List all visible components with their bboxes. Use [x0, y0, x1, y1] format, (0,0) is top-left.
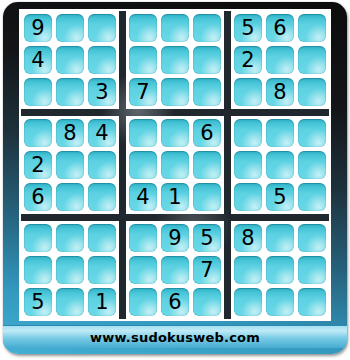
cell-r2c8[interactable]: [266, 46, 294, 74]
website-link[interactable]: www.sudokusweb.com: [90, 330, 260, 345]
sudoku-board: 943 7 5628 8426 641 5 51 9576 8: [19, 9, 331, 321]
cell-r5c3[interactable]: [88, 151, 116, 179]
cell-r9c7[interactable]: [234, 288, 262, 316]
cell-r6c8[interactable]: 5: [266, 183, 294, 211]
cell-r2c6[interactable]: [193, 46, 221, 74]
cell-r1c3[interactable]: [88, 14, 116, 42]
cell-r7c8[interactable]: [266, 224, 294, 252]
box-7: 51: [21, 221, 119, 319]
cell-r4c6[interactable]: 6: [193, 119, 221, 147]
cell-r1c7[interactable]: 5: [234, 14, 262, 42]
board-frame: 943 7 5628 8426 641 5 51 9576 8 www.sudo…: [3, 2, 347, 354]
cell-r3c4[interactable]: 7: [129, 78, 157, 106]
cell-r8c6[interactable]: 7: [193, 256, 221, 284]
cell-r2c7[interactable]: 2: [234, 46, 262, 74]
sudoku-page: 943 7 5628 8426 641 5 51 9576 8 www.sudo…: [0, 0, 350, 360]
cell-r4c1[interactable]: [24, 119, 52, 147]
cell-r9c3[interactable]: 1: [88, 288, 116, 316]
cell-r5c8[interactable]: [266, 151, 294, 179]
sudoku-grid: 943 7 5628 8426 641 5 51 9576 8: [21, 11, 329, 319]
cell-r1c2[interactable]: [56, 14, 84, 42]
cell-r9c2[interactable]: [56, 288, 84, 316]
cell-r2c1[interactable]: 4: [24, 46, 52, 74]
cell-r7c1[interactable]: [24, 224, 52, 252]
cell-r6c2[interactable]: [56, 183, 84, 211]
footer-bar: www.sudokusweb.com: [3, 325, 347, 348]
cell-r5c6[interactable]: [193, 151, 221, 179]
cell-r7c2[interactable]: [56, 224, 84, 252]
box-8: 9576: [126, 221, 224, 319]
box-4: 8426: [21, 116, 119, 214]
cell-r2c9[interactable]: [298, 46, 326, 74]
cell-r9c6[interactable]: [193, 288, 221, 316]
cell-r9c9[interactable]: [298, 288, 326, 316]
cell-r2c2[interactable]: [56, 46, 84, 74]
cell-r9c5[interactable]: 6: [161, 288, 189, 316]
cell-r1c8[interactable]: 6: [266, 14, 294, 42]
cell-r1c6[interactable]: [193, 14, 221, 42]
cell-r1c1[interactable]: 9: [24, 14, 52, 42]
cell-r8c5[interactable]: [161, 256, 189, 284]
cell-r5c2[interactable]: [56, 151, 84, 179]
cell-r3c1[interactable]: [24, 78, 52, 106]
cell-r8c1[interactable]: [24, 256, 52, 284]
cell-r5c7[interactable]: [234, 151, 262, 179]
cell-r8c9[interactable]: [298, 256, 326, 284]
cell-r9c4[interactable]: [129, 288, 157, 316]
cell-r6c5[interactable]: 1: [161, 183, 189, 211]
cell-r4c7[interactable]: [234, 119, 262, 147]
cell-r6c6[interactable]: [193, 183, 221, 211]
cell-r1c5[interactable]: [161, 14, 189, 42]
cell-r7c5[interactable]: 9: [161, 224, 189, 252]
cell-r1c4[interactable]: [129, 14, 157, 42]
box-3: 5628: [231, 11, 329, 109]
cell-r4c8[interactable]: [266, 119, 294, 147]
cell-r6c4[interactable]: 4: [129, 183, 157, 211]
box-2: 7: [126, 11, 224, 109]
cell-r7c4[interactable]: [129, 224, 157, 252]
cell-r8c4[interactable]: [129, 256, 157, 284]
cell-r6c7[interactable]: [234, 183, 262, 211]
cell-r2c4[interactable]: [129, 46, 157, 74]
cell-r6c3[interactable]: [88, 183, 116, 211]
box-1: 943: [21, 11, 119, 109]
cell-r7c6[interactable]: 5: [193, 224, 221, 252]
cell-r6c1[interactable]: 6: [24, 183, 52, 211]
cell-r3c9[interactable]: [298, 78, 326, 106]
cell-r9c1[interactable]: 5: [24, 288, 52, 316]
box-9: 8: [231, 221, 329, 319]
cell-r4c2[interactable]: 8: [56, 119, 84, 147]
cell-r4c9[interactable]: [298, 119, 326, 147]
cell-r3c6[interactable]: [193, 78, 221, 106]
cell-r6c9[interactable]: [298, 183, 326, 211]
cell-r4c4[interactable]: [129, 119, 157, 147]
cell-r2c5[interactable]: [161, 46, 189, 74]
cell-r7c9[interactable]: [298, 224, 326, 252]
cell-r5c1[interactable]: 2: [24, 151, 52, 179]
cell-r5c4[interactable]: [129, 151, 157, 179]
cell-r8c7[interactable]: [234, 256, 262, 284]
cell-r3c5[interactable]: [161, 78, 189, 106]
cell-r8c8[interactable]: [266, 256, 294, 284]
cell-r9c8[interactable]: [266, 288, 294, 316]
cell-r5c5[interactable]: [161, 151, 189, 179]
cell-r8c2[interactable]: [56, 256, 84, 284]
cell-r8c3[interactable]: [88, 256, 116, 284]
cell-r4c3[interactable]: 4: [88, 119, 116, 147]
cell-r4c5[interactable]: [161, 119, 189, 147]
cell-r5c9[interactable]: [298, 151, 326, 179]
cell-r3c2[interactable]: [56, 78, 84, 106]
box-5: 641: [126, 116, 224, 214]
box-6: 5: [231, 116, 329, 214]
cell-r3c7[interactable]: [234, 78, 262, 106]
cell-r3c3[interactable]: 3: [88, 78, 116, 106]
cell-r7c3[interactable]: [88, 224, 116, 252]
cell-r1c9[interactable]: [298, 14, 326, 42]
cell-r2c3[interactable]: [88, 46, 116, 74]
cell-r7c7[interactable]: 8: [234, 224, 262, 252]
cell-r3c8[interactable]: 8: [266, 78, 294, 106]
